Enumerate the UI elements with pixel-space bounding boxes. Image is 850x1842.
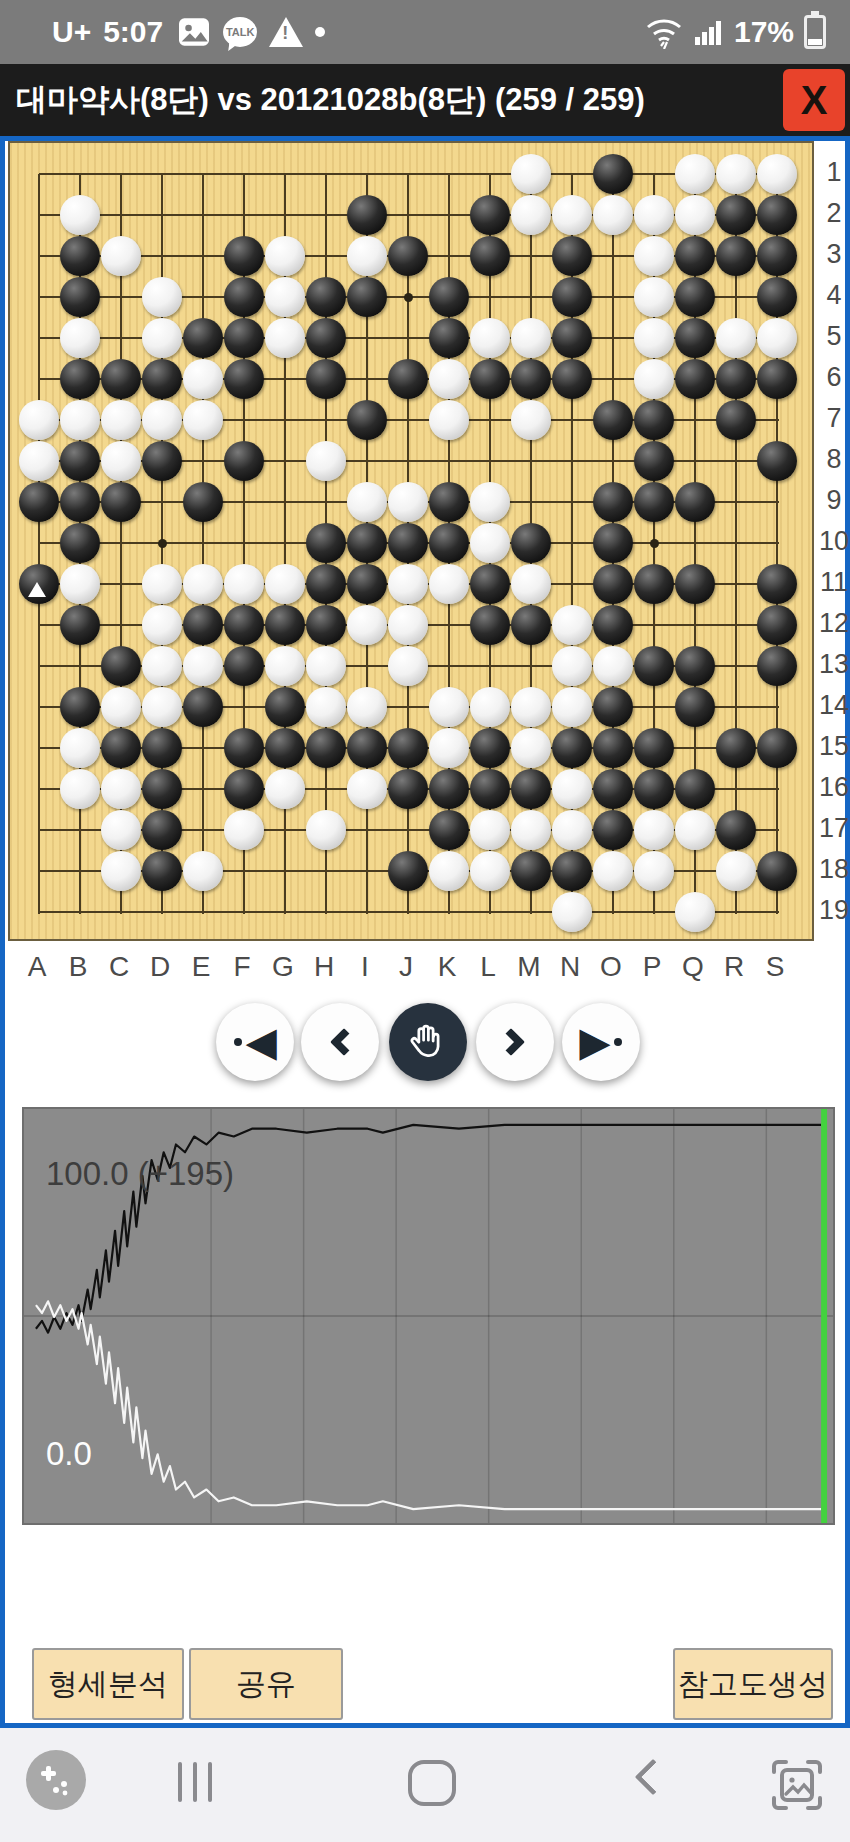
- col-label-R: R: [714, 951, 754, 983]
- white-stone-E18[interactable]: [183, 851, 223, 891]
- black-stone-B14[interactable]: [60, 687, 100, 727]
- white-stone-K15[interactable]: [429, 728, 469, 768]
- white-stone-E13[interactable]: [183, 646, 223, 686]
- white-stone-C7[interactable]: [101, 400, 141, 440]
- black-stone-L12[interactable]: [470, 605, 510, 645]
- white-stone-O2[interactable]: [593, 195, 633, 235]
- move-nav-row: ◀▶: [5, 1003, 845, 1083]
- grid-line: [202, 174, 204, 914]
- black-winrate-label: 100.0 (+195): [46, 1155, 234, 1193]
- black-stone-I4[interactable]: [347, 277, 387, 317]
- black-stone-S4[interactable]: [757, 277, 797, 317]
- white-stone-D13[interactable]: [142, 646, 182, 686]
- black-stone-M12[interactable]: [511, 605, 551, 645]
- black-stone-S12[interactable]: [757, 605, 797, 645]
- grid-line: [39, 911, 779, 913]
- white-stone-G4[interactable]: [265, 277, 305, 317]
- black-stone-B6[interactable]: [60, 359, 100, 399]
- row-label-11: 11: [817, 567, 850, 598]
- black-stone-R6[interactable]: [716, 359, 756, 399]
- black-stone-K10[interactable]: [429, 523, 469, 563]
- clock-label: 5:07: [103, 15, 163, 49]
- black-stone-O1[interactable]: [593, 154, 633, 194]
- white-stone-K7[interactable]: [429, 400, 469, 440]
- white-stone-D14[interactable]: [142, 687, 182, 727]
- row-label-16: 16: [817, 772, 850, 803]
- analyze-button[interactable]: 형세분석: [32, 1648, 184, 1720]
- black-stone-N3[interactable]: [552, 236, 592, 276]
- white-stone-M11[interactable]: [511, 564, 551, 604]
- black-stone-M18[interactable]: [511, 851, 551, 891]
- col-label-K: K: [427, 951, 467, 983]
- black-stone-G12[interactable]: [265, 605, 305, 645]
- white-winrate-label: 0.0: [46, 1435, 92, 1473]
- black-stone-I11[interactable]: [347, 564, 387, 604]
- black-stone-E12[interactable]: [183, 605, 223, 645]
- row-label-5: 5: [817, 321, 850, 352]
- black-stone-N4[interactable]: [552, 277, 592, 317]
- white-stone-C8[interactable]: [101, 441, 141, 481]
- game-launcher-icon[interactable]: [26, 1750, 86, 1810]
- image-icon: [177, 17, 211, 47]
- battery-percent-label: 17%: [734, 15, 794, 49]
- black-stone-E14[interactable]: [183, 687, 223, 727]
- black-stone-D18[interactable]: [142, 851, 182, 891]
- white-stone-O18[interactable]: [593, 851, 633, 891]
- black-stone-Q4[interactable]: [675, 277, 715, 317]
- black-stone-Q5[interactable]: [675, 318, 715, 358]
- white-stone-G13[interactable]: [265, 646, 305, 686]
- col-label-P: P: [632, 951, 672, 983]
- black-stone-Q3[interactable]: [675, 236, 715, 276]
- white-stone-P5[interactable]: [634, 318, 674, 358]
- row-label-3: 3: [817, 239, 850, 270]
- black-stone-E5[interactable]: [183, 318, 223, 358]
- white-stone-M17[interactable]: [511, 810, 551, 850]
- black-stone-L3[interactable]: [470, 236, 510, 276]
- white-stone-S5[interactable]: [757, 318, 797, 358]
- white-stone-I14[interactable]: [347, 687, 387, 727]
- white-stone-K14[interactable]: [429, 687, 469, 727]
- white-stone-H13[interactable]: [306, 646, 346, 686]
- black-stone-L2[interactable]: [470, 195, 510, 235]
- black-stone-M10[interactable]: [511, 523, 551, 563]
- white-stone-K11[interactable]: [429, 564, 469, 604]
- black-stone-O10[interactable]: [593, 523, 633, 563]
- white-stone-N2[interactable]: [552, 195, 592, 235]
- black-stone-O14[interactable]: [593, 687, 633, 727]
- white-stone-H8[interactable]: [306, 441, 346, 481]
- black-stone-F5[interactable]: [224, 318, 264, 358]
- black-stone-J16[interactable]: [388, 769, 428, 809]
- black-stone-F16[interactable]: [224, 769, 264, 809]
- white-stone-E7[interactable]: [183, 400, 223, 440]
- black-stone-M6[interactable]: [511, 359, 551, 399]
- recents-icon[interactable]: [178, 1762, 212, 1802]
- white-stone-D11[interactable]: [142, 564, 182, 604]
- white-stone-G11[interactable]: [265, 564, 305, 604]
- title-bar: 대마약사(8단) vs 20121028b(8단) (259 / 259) X: [0, 64, 850, 136]
- col-label-M: M: [509, 951, 549, 983]
- black-stone-C6[interactable]: [101, 359, 141, 399]
- black-stone-P7[interactable]: [634, 400, 674, 440]
- black-stone-C9[interactable]: [101, 482, 141, 522]
- black-stone-O9[interactable]: [593, 482, 633, 522]
- white-stone-M7[interactable]: [511, 400, 551, 440]
- black-stone-N5[interactable]: [552, 318, 592, 358]
- to-start-button[interactable]: ◀: [216, 1003, 294, 1081]
- black-stone-F6[interactable]: [224, 359, 264, 399]
- black-stone-L11[interactable]: [470, 564, 510, 604]
- white-stone-L5[interactable]: [470, 318, 510, 358]
- white-stone-R1[interactable]: [716, 154, 756, 194]
- black-stone-S2[interactable]: [757, 195, 797, 235]
- black-stone-H5[interactable]: [306, 318, 346, 358]
- black-stone-H15[interactable]: [306, 728, 346, 768]
- black-stone-I15[interactable]: [347, 728, 387, 768]
- black-stone-B8[interactable]: [60, 441, 100, 481]
- black-stone-Q6[interactable]: [675, 359, 715, 399]
- dot-icon: [315, 27, 325, 37]
- black-stone-K5[interactable]: [429, 318, 469, 358]
- black-stone-D17[interactable]: [142, 810, 182, 850]
- black-stone-O15[interactable]: [593, 728, 633, 768]
- col-label-C: C: [99, 951, 139, 983]
- black-stone-J6[interactable]: [388, 359, 428, 399]
- reference-diagram-button[interactable]: 참고도생성: [673, 1648, 833, 1720]
- white-stone-L10[interactable]: [470, 523, 510, 563]
- white-stone-J11[interactable]: [388, 564, 428, 604]
- white-stone-M14[interactable]: [511, 687, 551, 727]
- white-stone-P17[interactable]: [634, 810, 674, 850]
- black-stone-H11[interactable]: [306, 564, 346, 604]
- row-label-18: 18: [817, 854, 850, 885]
- white-stone-Q17[interactable]: [675, 810, 715, 850]
- white-stone-G3[interactable]: [265, 236, 305, 276]
- black-stone-O17[interactable]: [593, 810, 633, 850]
- grid-line: [735, 174, 737, 914]
- black-stone-R3[interactable]: [716, 236, 756, 276]
- col-label-B: B: [58, 951, 98, 983]
- row-label-14: 14: [817, 690, 850, 721]
- black-stone-E9[interactable]: [183, 482, 223, 522]
- row-label-8: 8: [817, 444, 850, 475]
- black-stone-Q11[interactable]: [675, 564, 715, 604]
- game-title: 대마약사(8단) vs 20121028b(8단) (259 / 259): [16, 79, 645, 121]
- col-label-S: S: [755, 951, 795, 983]
- white-stone-Q1[interactable]: [675, 154, 715, 194]
- row-label-10: 10: [817, 526, 850, 557]
- status-bar: U+ 5:07 TALK ! 17%: [0, 0, 850, 64]
- black-stone-L15[interactable]: [470, 728, 510, 768]
- white-stone-B15[interactable]: [60, 728, 100, 768]
- white-stone-L14[interactable]: [470, 687, 510, 727]
- white-stone-O13[interactable]: [593, 646, 633, 686]
- black-stone-D15[interactable]: [142, 728, 182, 768]
- white-stone-I12[interactable]: [347, 605, 387, 645]
- black-stone-S6[interactable]: [757, 359, 797, 399]
- black-stone-A9[interactable]: [19, 482, 59, 522]
- share-button[interactable]: 공유: [189, 1648, 343, 1720]
- col-label-A: A: [17, 951, 57, 983]
- white-stone-B2[interactable]: [60, 195, 100, 235]
- row-label-17: 17: [817, 813, 850, 844]
- black-stone-K4[interactable]: [429, 277, 469, 317]
- black-stone-D16[interactable]: [142, 769, 182, 809]
- black-stone-I7[interactable]: [347, 400, 387, 440]
- black-stone-D6[interactable]: [142, 359, 182, 399]
- carrier-label: U+: [52, 15, 91, 49]
- black-stone-F8[interactable]: [224, 441, 264, 481]
- white-stone-E11[interactable]: [183, 564, 223, 604]
- star-point: [650, 539, 659, 548]
- white-stone-J9[interactable]: [388, 482, 428, 522]
- black-stone-H4[interactable]: [306, 277, 346, 317]
- col-label-D: D: [140, 951, 180, 983]
- white-stone-B16[interactable]: [60, 769, 100, 809]
- white-stone-C18[interactable]: [101, 851, 141, 891]
- black-stone-R17[interactable]: [716, 810, 756, 850]
- row-label-4: 4: [817, 280, 850, 311]
- black-stone-I2[interactable]: [347, 195, 387, 235]
- white-stone-C3[interactable]: [101, 236, 141, 276]
- black-stone-B3[interactable]: [60, 236, 100, 276]
- star-point: [404, 293, 413, 302]
- screen: U+ 5:07 TALK ! 17%: [0, 0, 850, 1842]
- white-stone-D7[interactable]: [142, 400, 182, 440]
- white-stone-P4[interactable]: [634, 277, 674, 317]
- black-stone-S18[interactable]: [757, 851, 797, 891]
- white-stone-H17[interactable]: [306, 810, 346, 850]
- col-label-N: N: [550, 951, 590, 983]
- white-stone-B5[interactable]: [60, 318, 100, 358]
- black-stone-R15[interactable]: [716, 728, 756, 768]
- white-stone-L17[interactable]: [470, 810, 510, 850]
- white-stone-N14[interactable]: [552, 687, 592, 727]
- white-stone-K18[interactable]: [429, 851, 469, 891]
- black-stone-L6[interactable]: [470, 359, 510, 399]
- row-label-1: 1: [817, 157, 850, 188]
- chevron-left-icon: [330, 1028, 358, 1056]
- white-stone-D12[interactable]: [142, 605, 182, 645]
- white-stone-N17[interactable]: [552, 810, 592, 850]
- white-stone-N16[interactable]: [552, 769, 592, 809]
- screen-capture-icon[interactable]: [768, 1756, 826, 1818]
- white-stone-P2[interactable]: [634, 195, 674, 235]
- white-stone-C14[interactable]: [101, 687, 141, 727]
- white-stone-J12[interactable]: [388, 605, 428, 645]
- row-label-12: 12: [817, 608, 850, 639]
- warning-icon: !: [269, 17, 303, 47]
- row-label-19: 19: [817, 895, 850, 926]
- white-stone-S1[interactable]: [757, 154, 797, 194]
- white-stone-L9[interactable]: [470, 482, 510, 522]
- android-nav-bar: [0, 1728, 850, 1842]
- forward-button[interactable]: [476, 1003, 554, 1081]
- black-stone-B4[interactable]: [60, 277, 100, 317]
- white-stone-G5[interactable]: [265, 318, 305, 358]
- white-stone-I3[interactable]: [347, 236, 387, 276]
- black-stone-N18[interactable]: [552, 851, 592, 891]
- board-row-labels: 12345678910111213141516171819: [817, 141, 850, 941]
- black-stone-K16[interactable]: [429, 769, 469, 809]
- black-stone-K17[interactable]: [429, 810, 469, 850]
- black-stone-P9[interactable]: [634, 482, 674, 522]
- col-label-J: J: [386, 951, 426, 983]
- white-stone-M15[interactable]: [511, 728, 551, 768]
- back-icon[interactable]: [635, 1759, 672, 1796]
- black-stone-M16[interactable]: [511, 769, 551, 809]
- white-stone-F11[interactable]: [224, 564, 264, 604]
- white-stone-R5[interactable]: [716, 318, 756, 358]
- white-stone-I16[interactable]: [347, 769, 387, 809]
- black-stone-D8[interactable]: [142, 441, 182, 481]
- black-stone-P11[interactable]: [634, 564, 674, 604]
- white-stone-D5[interactable]: [142, 318, 182, 358]
- black-stone-H6[interactable]: [306, 359, 346, 399]
- black-stone-B12[interactable]: [60, 605, 100, 645]
- row-label-6: 6: [817, 362, 850, 393]
- grid-line: [39, 173, 779, 175]
- black-stone-P15[interactable]: [634, 728, 674, 768]
- black-stone-H10[interactable]: [306, 523, 346, 563]
- star-point: [158, 539, 167, 548]
- white-stone-P18[interactable]: [634, 851, 674, 891]
- col-label-E: E: [181, 951, 221, 983]
- row-label-13: 13: [817, 649, 850, 680]
- white-stone-H14[interactable]: [306, 687, 346, 727]
- white-stone-A7[interactable]: [19, 400, 59, 440]
- black-stone-L16[interactable]: [470, 769, 510, 809]
- white-stone-J13[interactable]: [388, 646, 428, 686]
- black-stone-G15[interactable]: [265, 728, 305, 768]
- white-stone-C17[interactable]: [101, 810, 141, 850]
- white-stone-M2[interactable]: [511, 195, 551, 235]
- hand-button[interactable]: [389, 1003, 467, 1081]
- black-stone-C15[interactable]: [101, 728, 141, 768]
- black-stone-N15[interactable]: [552, 728, 592, 768]
- black-stone-Q9[interactable]: [675, 482, 715, 522]
- chevron-right-icon: [497, 1028, 525, 1056]
- white-stone-F17[interactable]: [224, 810, 264, 850]
- col-label-F: F: [222, 951, 262, 983]
- col-label-I: I: [345, 951, 385, 983]
- black-stone-F3[interactable]: [224, 236, 264, 276]
- black-stone-N6[interactable]: [552, 359, 592, 399]
- black-stone-J18[interactable]: [388, 851, 428, 891]
- last-move-triangle-marker: [28, 582, 46, 597]
- black-stone-S13[interactable]: [757, 646, 797, 686]
- white-stone-A8[interactable]: [19, 441, 59, 481]
- black-stone-S3[interactable]: [757, 236, 797, 276]
- black-stone-P16[interactable]: [634, 769, 674, 809]
- close-button[interactable]: X: [783, 69, 845, 131]
- black-stone-F13[interactable]: [224, 646, 264, 686]
- black-stone-B10[interactable]: [60, 523, 100, 563]
- white-stone-P6[interactable]: [634, 359, 674, 399]
- row-label-15: 15: [817, 731, 850, 762]
- white-stone-M1[interactable]: [511, 154, 551, 194]
- black-stone-F15[interactable]: [224, 728, 264, 768]
- white-stone-C16[interactable]: [101, 769, 141, 809]
- white-stone-N13[interactable]: [552, 646, 592, 686]
- black-stone-S8[interactable]: [757, 441, 797, 481]
- white-stone-D4[interactable]: [142, 277, 182, 317]
- back-button[interactable]: [301, 1003, 379, 1081]
- black-stone-J15[interactable]: [388, 728, 428, 768]
- black-stone-O16[interactable]: [593, 769, 633, 809]
- black-stone-O11[interactable]: [593, 564, 633, 604]
- white-stone-M5[interactable]: [511, 318, 551, 358]
- black-stone-P13[interactable]: [634, 646, 674, 686]
- black-stone-R2[interactable]: [716, 195, 756, 235]
- black-stone-F12[interactable]: [224, 605, 264, 645]
- white-stone-P3[interactable]: [634, 236, 674, 276]
- hand-icon: [406, 1020, 450, 1064]
- black-stone-Q16[interactable]: [675, 769, 715, 809]
- app-frame: 12345678910111213141516171819 ABCDEFGHIJ…: [0, 136, 850, 1728]
- black-stone-S11[interactable]: [757, 564, 797, 604]
- to-end-button[interactable]: ▶: [562, 1003, 640, 1081]
- col-label-L: L: [468, 951, 508, 983]
- black-stone-R7[interactable]: [716, 400, 756, 440]
- row-label-7: 7: [817, 403, 850, 434]
- black-stone-J10[interactable]: [388, 523, 428, 563]
- black-stone-B9[interactable]: [60, 482, 100, 522]
- black-stone-H12[interactable]: [306, 605, 346, 645]
- white-stone-L18[interactable]: [470, 851, 510, 891]
- black-stone-F4[interactable]: [224, 277, 264, 317]
- black-stone-A11[interactable]: [19, 564, 59, 604]
- white-stone-R18[interactable]: [716, 851, 756, 891]
- kakaotalk-icon: TALK: [223, 17, 257, 47]
- signal-icon: [694, 17, 724, 47]
- white-stone-E6[interactable]: [183, 359, 223, 399]
- white-stone-N19[interactable]: [552, 892, 592, 932]
- black-stone-C13[interactable]: [101, 646, 141, 686]
- black-stone-K9[interactable]: [429, 482, 469, 522]
- wifi-icon: [644, 15, 684, 49]
- white-stone-Q19[interactable]: [675, 892, 715, 932]
- white-stone-B7[interactable]: [60, 400, 100, 440]
- white-stone-G16[interactable]: [265, 769, 305, 809]
- winrate-graph[interactable]: 100.0 (+195) 0.0: [22, 1107, 835, 1525]
- row-label-2: 2: [817, 198, 850, 229]
- black-stone-Q13[interactable]: [675, 646, 715, 686]
- black-stone-I10[interactable]: [347, 523, 387, 563]
- black-stone-O7[interactable]: [593, 400, 633, 440]
- white-stone-Q2[interactable]: [675, 195, 715, 235]
- board-col-labels: ABCDEFGHIJKLMNOPQRS: [8, 945, 814, 989]
- white-stone-I9[interactable]: [347, 482, 387, 522]
- white-stone-N12[interactable]: [552, 605, 592, 645]
- black-stone-O12[interactable]: [593, 605, 633, 645]
- col-label-H: H: [304, 951, 344, 983]
- black-stone-G14[interactable]: [265, 687, 305, 727]
- white-stone-B11[interactable]: [60, 564, 100, 604]
- col-label-Q: Q: [673, 951, 713, 983]
- black-stone-Q14[interactable]: [675, 687, 715, 727]
- black-stone-S15[interactable]: [757, 728, 797, 768]
- row-label-9: 9: [817, 485, 850, 516]
- black-stone-J3[interactable]: [388, 236, 428, 276]
- grid-line: [38, 174, 40, 914]
- col-label-O: O: [591, 951, 631, 983]
- go-board[interactable]: [8, 141, 814, 941]
- home-icon[interactable]: [408, 1760, 456, 1806]
- black-stone-P8[interactable]: [634, 441, 674, 481]
- white-stone-K6[interactable]: [429, 359, 469, 399]
